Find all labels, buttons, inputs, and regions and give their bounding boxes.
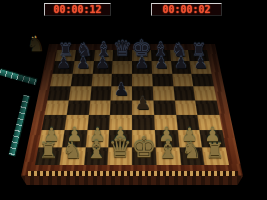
square-d4[interactable] [110, 100, 132, 115]
piece-white-knight-b1[interactable]: ♞ [62, 139, 83, 162]
square-h4[interactable] [195, 100, 219, 115]
piece-white-rook-h1[interactable]: ♜ [206, 140, 225, 162]
piece-black-pawn-f7[interactable]: ♟ [154, 56, 168, 72]
clock-right: 00:00:02 [151, 3, 222, 16]
background-gold-knight-icon: ♞ [27, 34, 46, 55]
square-f5[interactable] [152, 86, 174, 100]
square-d7[interactable] [112, 61, 132, 73]
square-c5[interactable] [90, 86, 112, 100]
frame-inlay-strip [28, 171, 238, 176]
piece-white-knight-g1[interactable]: ♞ [181, 139, 202, 162]
square-a5[interactable] [47, 86, 70, 100]
piece-black-queen-d8[interactable]: ♛ [113, 38, 132, 59]
square-g6[interactable] [172, 74, 194, 87]
piece-black-pawn-a7[interactable]: ♟ [56, 56, 70, 72]
piece-white-rook-a1[interactable]: ♜ [39, 140, 58, 162]
square-e3[interactable] [132, 115, 155, 131]
frame-front-face [21, 176, 243, 185]
square-b6[interactable] [71, 74, 93, 87]
square-b4[interactable] [66, 100, 89, 115]
square-h5[interactable] [193, 86, 216, 100]
square-f4[interactable] [153, 100, 176, 115]
clock-left: 00:00:12 [44, 3, 111, 16]
square-b5[interactable] [69, 86, 91, 100]
piece-black-pawn-c7[interactable]: ♟ [96, 56, 110, 72]
square-g5[interactable] [173, 86, 195, 100]
piece-white-bishop-c1[interactable]: ♝ [85, 138, 107, 162]
square-c6[interactable] [91, 74, 112, 87]
square-f6[interactable] [152, 74, 173, 87]
square-h6[interactable] [192, 74, 214, 87]
square-a4[interactable] [45, 100, 69, 115]
piece-white-king-e1[interactable]: ♚ [131, 134, 156, 162]
piece-black-pawn-e7[interactable]: ♟ [135, 56, 149, 72]
piece-black-pawn-h7[interactable]: ♟ [193, 56, 207, 72]
piece-white-pawn-e4[interactable]: ♟ [135, 95, 150, 112]
piece-white-queen-d1[interactable]: ♛ [108, 135, 132, 162]
pen-upper-segment [0, 68, 37, 85]
piece-black-pawn-b7[interactable]: ♟ [76, 56, 90, 72]
game-screen: 00:00:12 00:00:02 ♞ ♜♞♝♛♚♝♞♜♟♟♟♟♟♟♟♟♟♟♟♟… [0, 0, 267, 200]
square-a6[interactable] [50, 74, 72, 87]
square-e6[interactable] [132, 74, 152, 87]
piece-black-pawn-g7[interactable]: ♟ [174, 56, 188, 72]
square-g4[interactable] [174, 100, 197, 115]
square-c4[interactable] [88, 100, 111, 115]
piece-black-pawn-d5[interactable]: ♟ [114, 81, 129, 98]
piece-white-bishop-f1[interactable]: ♝ [157, 138, 179, 162]
